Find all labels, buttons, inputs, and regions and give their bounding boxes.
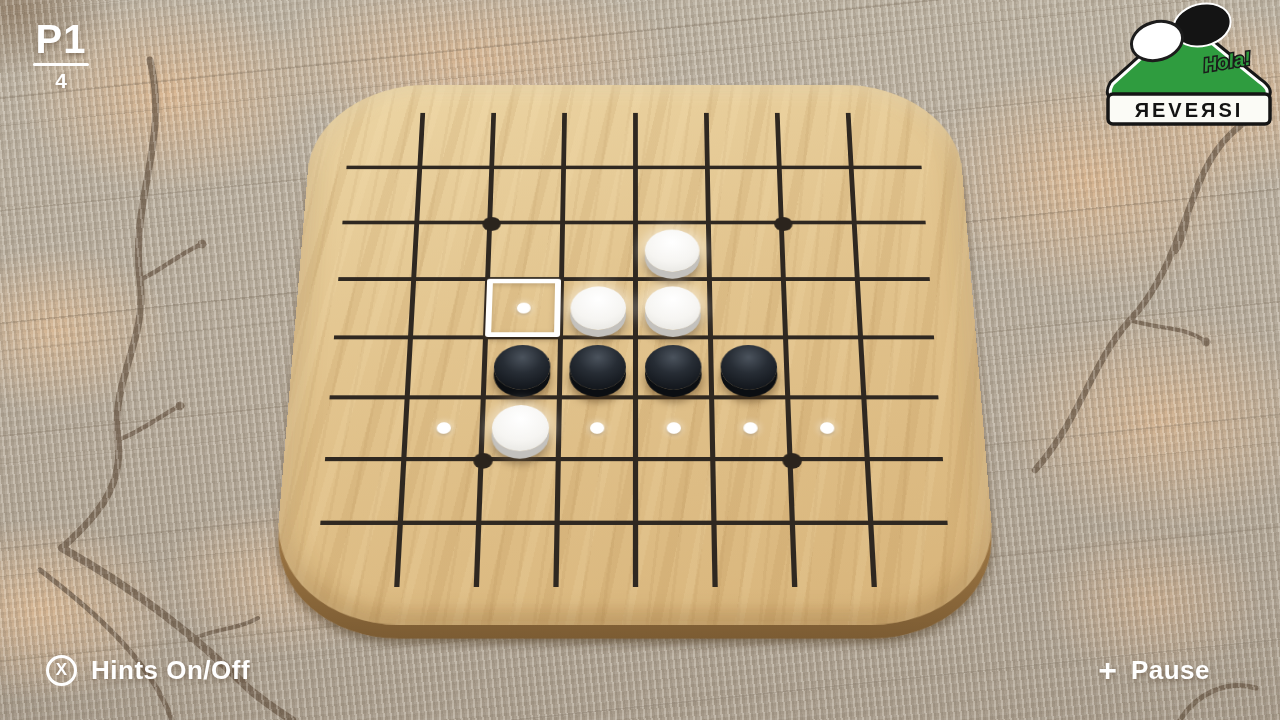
vignette-overlay: [0, 0, 1280, 720]
plus-button-icon: +: [1098, 654, 1117, 686]
score-divider: [33, 63, 89, 66]
pause-label: Pause: [1131, 655, 1210, 686]
x-button-glyph: X: [56, 660, 67, 680]
x-button-icon: X: [46, 655, 77, 686]
game-screen: ●●●●○○○○ P1 4 Hola! ЯEVEЯSI X Hints On/O…: [0, 0, 1280, 720]
player-score: 4: [33, 69, 89, 93]
pause-control[interactable]: + Pause: [1098, 654, 1210, 686]
player-label: P1: [33, 18, 89, 60]
player-score-panel: P1 4: [33, 18, 89, 93]
hints-label: Hints On/Off: [91, 655, 250, 686]
hints-toggle[interactable]: X Hints On/Off: [46, 655, 250, 686]
bottom-button-bar: X Hints On/Off + Pause: [0, 646, 1280, 694]
logo-title: ЯEVEЯSI: [1135, 99, 1244, 121]
reversi-logo: Hola! ЯEVEЯSI: [1100, 0, 1278, 130]
